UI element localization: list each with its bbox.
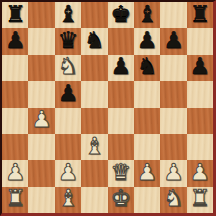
square-a4[interactable] — [2, 108, 28, 134]
square-e6[interactable]: ♟ — [108, 55, 134, 81]
square-a8[interactable]: ♜ — [2, 2, 28, 28]
square-g1[interactable]: ♞ — [160, 187, 186, 213]
black-king-e8[interactable]: ♚ — [110, 3, 131, 26]
square-g2[interactable]: ♟ — [160, 160, 186, 186]
square-d2[interactable] — [81, 160, 107, 186]
square-b6[interactable] — [28, 55, 54, 81]
white-pawn-b4[interactable]: ♟ — [31, 108, 52, 131]
square-e8[interactable]: ♚ — [108, 2, 134, 28]
square-h6[interactable]: ♟ — [187, 55, 213, 81]
chess-board: ♜♝♚♝♜♟♛♞♟♟♞♟♞♟♟♟♝♟♟♛♟♟♟♜♝♚♞♜ — [2, 2, 213, 213]
square-b7[interactable] — [28, 28, 54, 54]
square-a2[interactable]: ♟ — [2, 160, 28, 186]
square-a3[interactable] — [2, 134, 28, 160]
square-a1[interactable]: ♜ — [2, 187, 28, 213]
black-queen-c7[interactable]: ♛ — [58, 29, 79, 52]
square-d7[interactable]: ♞ — [81, 28, 107, 54]
square-e4[interactable] — [108, 108, 134, 134]
square-e7[interactable] — [108, 28, 134, 54]
white-rook-a1[interactable]: ♜ — [5, 187, 26, 210]
square-c4[interactable] — [55, 108, 81, 134]
square-e1[interactable]: ♚ — [108, 187, 134, 213]
board-frame: ♜♝♚♝♜♟♛♞♟♟♞♟♞♟♟♟♝♟♟♛♟♟♟♜♝♚♞♜ — [0, 0, 216, 216]
square-g7[interactable]: ♟ — [160, 28, 186, 54]
white-pawn-h2[interactable]: ♟ — [190, 161, 211, 184]
black-pawn-c5[interactable]: ♟ — [58, 82, 79, 105]
square-c5[interactable]: ♟ — [55, 81, 81, 107]
square-e3[interactable] — [108, 134, 134, 160]
square-e2[interactable]: ♛ — [108, 160, 134, 186]
square-h8[interactable]: ♜ — [187, 2, 213, 28]
square-c7[interactable]: ♛ — [55, 28, 81, 54]
black-rook-h8[interactable]: ♜ — [190, 3, 211, 26]
white-pawn-a2[interactable]: ♟ — [5, 161, 26, 184]
square-d4[interactable] — [81, 108, 107, 134]
square-g8[interactable] — [160, 2, 186, 28]
square-g5[interactable] — [160, 81, 186, 107]
white-pawn-c2[interactable]: ♟ — [58, 161, 79, 184]
square-h5[interactable] — [187, 81, 213, 107]
white-bishop-d3[interactable]: ♝ — [84, 135, 105, 158]
square-f4[interactable] — [134, 108, 160, 134]
square-c2[interactable]: ♟ — [55, 160, 81, 186]
black-pawn-e6[interactable]: ♟ — [110, 55, 131, 78]
black-knight-f6[interactable]: ♞ — [137, 55, 158, 78]
white-pawn-f2[interactable]: ♟ — [137, 161, 158, 184]
black-bishop-c8[interactable]: ♝ — [58, 3, 79, 26]
black-pawn-f7[interactable]: ♟ — [137, 29, 158, 52]
black-pawn-a7[interactable]: ♟ — [5, 29, 26, 52]
square-a5[interactable] — [2, 81, 28, 107]
square-b3[interactable] — [28, 134, 54, 160]
square-b8[interactable] — [28, 2, 54, 28]
square-e5[interactable] — [108, 81, 134, 107]
black-pawn-g7[interactable]: ♟ — [163, 29, 184, 52]
square-g6[interactable] — [160, 55, 186, 81]
square-c8[interactable]: ♝ — [55, 2, 81, 28]
square-f5[interactable] — [134, 81, 160, 107]
white-bishop-c1[interactable]: ♝ — [58, 187, 79, 210]
black-rook-a8[interactable]: ♜ — [5, 3, 26, 26]
white-king-e1[interactable]: ♚ — [110, 187, 131, 210]
square-f3[interactable] — [134, 134, 160, 160]
black-bishop-f8[interactable]: ♝ — [137, 3, 158, 26]
square-f2[interactable]: ♟ — [134, 160, 160, 186]
white-knight-g1[interactable]: ♞ — [163, 187, 184, 210]
square-c3[interactable] — [55, 134, 81, 160]
square-c6[interactable]: ♞ — [55, 55, 81, 81]
square-b5[interactable] — [28, 81, 54, 107]
square-f7[interactable]: ♟ — [134, 28, 160, 54]
black-knight-d7[interactable]: ♞ — [84, 29, 105, 52]
white-knight-c6[interactable]: ♞ — [58, 55, 79, 78]
square-b1[interactable] — [28, 187, 54, 213]
square-h4[interactable] — [187, 108, 213, 134]
square-d1[interactable] — [81, 187, 107, 213]
square-b4[interactable]: ♟ — [28, 108, 54, 134]
black-pawn-h6[interactable]: ♟ — [190, 55, 211, 78]
square-b2[interactable] — [28, 160, 54, 186]
square-d3[interactable]: ♝ — [81, 134, 107, 160]
square-c1[interactable]: ♝ — [55, 187, 81, 213]
white-pawn-g2[interactable]: ♟ — [163, 161, 184, 184]
square-f1[interactable] — [134, 187, 160, 213]
square-h2[interactable]: ♟ — [187, 160, 213, 186]
white-rook-h1[interactable]: ♜ — [190, 187, 211, 210]
square-d5[interactable] — [81, 81, 107, 107]
square-d8[interactable] — [81, 2, 107, 28]
square-a6[interactable] — [2, 55, 28, 81]
square-g4[interactable] — [160, 108, 186, 134]
white-queen-e2[interactable]: ♛ — [110, 161, 131, 184]
square-h1[interactable]: ♜ — [187, 187, 213, 213]
square-a7[interactable]: ♟ — [2, 28, 28, 54]
square-f6[interactable]: ♞ — [134, 55, 160, 81]
square-d6[interactable] — [81, 55, 107, 81]
square-f8[interactable]: ♝ — [134, 2, 160, 28]
square-h7[interactable] — [187, 28, 213, 54]
square-g3[interactable] — [160, 134, 186, 160]
square-h3[interactable] — [187, 134, 213, 160]
